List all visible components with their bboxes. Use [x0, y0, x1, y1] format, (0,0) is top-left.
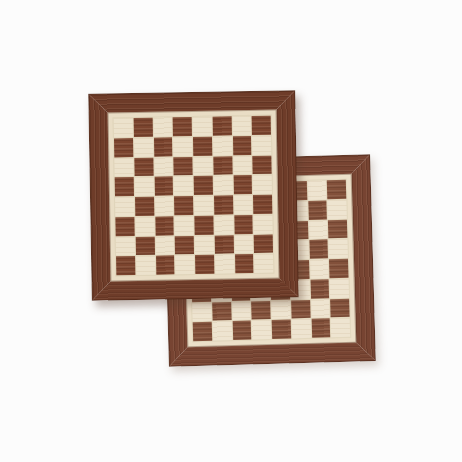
front-board-square-e1: [195, 255, 214, 274]
front-board-square-c8: [153, 117, 172, 136]
back-board-square-h7: [328, 200, 347, 219]
front-board-square-f2: [214, 235, 233, 254]
front-board-square-d7: [173, 137, 192, 156]
front-board-square-a3: [115, 217, 134, 236]
back-board-square-b2: [212, 302, 231, 321]
front-board-square-h7: [252, 135, 271, 154]
front-board-square-h5: [253, 175, 272, 194]
back-board-square-h6: [328, 219, 347, 238]
back-board-square-e1: [272, 320, 291, 339]
front-board-square-c2: [155, 236, 174, 255]
front-board-square-c6: [154, 157, 173, 176]
back-board-square-g7: [308, 200, 327, 219]
front-board-square-b8: [133, 118, 152, 137]
back-board-square-g4: [309, 259, 328, 278]
back-board-square-h1: [331, 318, 350, 337]
front-board-square-f3: [214, 215, 233, 234]
front-board-square-g5: [233, 175, 252, 194]
front-board-square-a7: [114, 138, 133, 157]
front-board-square-d2: [175, 236, 194, 255]
back-board-square-g3: [310, 279, 329, 298]
back-board-square-f2: [291, 299, 310, 318]
front-board-square-h3: [254, 214, 273, 233]
front-board-square-g1: [235, 254, 254, 273]
back-board-square-f1: [291, 319, 310, 338]
front-board-square-a8: [114, 118, 133, 137]
front-board-square-e8: [193, 117, 212, 136]
front-board-square-g2: [234, 234, 253, 253]
front-board-square-d1: [175, 255, 194, 274]
back-board-square-c1: [232, 321, 251, 340]
front-board-square-b5: [134, 177, 153, 196]
front-board-square-b4: [135, 197, 154, 216]
front-board-square-f4: [214, 195, 233, 214]
front-board-square-g4: [234, 195, 253, 214]
front-board-square-g3: [234, 215, 253, 234]
front-board-square-e4: [194, 196, 213, 215]
back-board-square-d2: [251, 300, 270, 319]
front-board-square-e5: [194, 176, 213, 195]
front-board-square-f6: [213, 156, 232, 175]
front-board-square-d6: [174, 157, 193, 176]
front-board-square-f5: [213, 176, 232, 195]
front-board-square-d5: [174, 176, 193, 195]
back-board-square-b1: [212, 321, 231, 340]
front-board-square-f7: [213, 136, 232, 155]
front-board-square-a1: [116, 256, 135, 275]
back-board-square-a2: [192, 302, 211, 321]
front-board-square-b3: [135, 216, 154, 235]
back-board-square-h2: [330, 298, 349, 317]
back-board-square-c2: [232, 301, 251, 320]
front-board-square-f1: [215, 255, 234, 274]
front-board-square-g6: [233, 155, 252, 174]
front-board-square-d8: [173, 117, 192, 136]
front-board-square-c7: [153, 137, 172, 156]
front-board-square-b6: [134, 157, 153, 176]
front-board-square-e7: [193, 136, 212, 155]
front-board-square-h8: [252, 116, 271, 135]
back-board-square-h4: [329, 259, 348, 278]
back-board-square-g1: [311, 319, 330, 338]
front-board-square-g8: [232, 116, 251, 135]
back-board-square-e2: [271, 300, 290, 319]
chessboard-front: [88, 90, 299, 301]
back-board-square-h3: [330, 279, 349, 298]
front-board-square-c1: [156, 256, 175, 275]
front-board-square-b2: [135, 236, 154, 255]
back-board-square-g8: [307, 180, 326, 199]
front-board-square-h4: [253, 195, 272, 214]
front-board-square-c4: [155, 196, 174, 215]
front-board-square-a6: [114, 158, 133, 177]
back-board-square-g6: [308, 220, 327, 239]
back-board-square-g5: [309, 240, 328, 259]
front-board-square-c5: [154, 177, 173, 196]
front-board-square-d3: [175, 216, 194, 235]
back-board-square-h5: [329, 239, 348, 258]
front-board-square-a5: [115, 177, 134, 196]
back-board-square-h8: [327, 180, 346, 199]
front-board-square-e6: [193, 156, 212, 175]
front-board-square-e2: [195, 235, 214, 254]
back-board-square-a1: [193, 322, 212, 341]
front-board-square-d4: [174, 196, 193, 215]
back-board-square-d1: [252, 320, 271, 339]
front-board-square-h6: [253, 155, 272, 174]
front-board-square-f8: [212, 116, 231, 135]
front-board-square-h2: [254, 234, 273, 253]
front-board-square-h1: [254, 254, 273, 273]
product-photo: [0, 0, 462, 462]
front-board-square-g7: [232, 136, 251, 155]
front-board-square-a2: [116, 237, 135, 256]
front-board-square-b7: [134, 137, 153, 156]
front-board-grid: [113, 115, 275, 277]
front-board-square-b1: [136, 256, 155, 275]
back-board-square-g2: [311, 299, 330, 318]
front-board-square-e3: [194, 215, 213, 234]
front-board-square-a4: [115, 197, 134, 216]
front-board-square-c3: [155, 216, 174, 235]
